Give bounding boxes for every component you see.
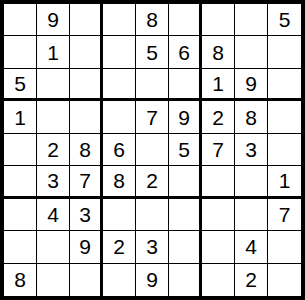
cell-r1c2-given[interactable]: 9 xyxy=(37,4,70,36)
cell-r5c3-given[interactable]: 8 xyxy=(70,134,103,166)
cell-r4c3-empty[interactable] xyxy=(70,101,103,133)
cell-r8c1-empty[interactable] xyxy=(4,231,37,263)
cell-r9c9-empty[interactable] xyxy=(268,264,301,296)
cell-r2c8-empty[interactable] xyxy=(235,36,268,68)
cell-r1c7-empty[interactable] xyxy=(202,4,235,36)
cell-r6c3-given[interactable]: 7 xyxy=(70,166,103,198)
cell-r9c4-empty[interactable] xyxy=(103,264,136,296)
sudoku-page: 985156851917928286573378214379234892 xyxy=(0,0,305,300)
cell-r8c7-empty[interactable] xyxy=(202,231,235,263)
cell-r7c8-empty[interactable] xyxy=(235,199,268,231)
cell-r2c5-given[interactable]: 5 xyxy=(136,36,169,68)
cell-r4c7-given[interactable]: 2 xyxy=(202,101,235,133)
cell-r1c9-given[interactable]: 5 xyxy=(268,4,301,36)
cell-r8c9-empty[interactable] xyxy=(268,231,301,263)
cell-r8c2-empty[interactable] xyxy=(37,231,70,263)
cell-r3c1-given[interactable]: 5 xyxy=(4,69,37,101)
cell-r3c5-empty[interactable] xyxy=(136,69,169,101)
cell-r3c3-empty[interactable] xyxy=(70,69,103,101)
cell-r5c2-given[interactable]: 2 xyxy=(37,134,70,166)
cell-r1c8-empty[interactable] xyxy=(235,4,268,36)
cell-r2c3-empty[interactable] xyxy=(70,36,103,68)
cell-r6c1-empty[interactable] xyxy=(4,166,37,198)
cell-r2c1-empty[interactable] xyxy=(4,36,37,68)
cell-r3c4-empty[interactable] xyxy=(103,69,136,101)
cell-r6c5-given[interactable]: 2 xyxy=(136,166,169,198)
cell-r5c7-given[interactable]: 7 xyxy=(202,134,235,166)
cell-r7c2-given[interactable]: 4 xyxy=(37,199,70,231)
cell-r8c4-given[interactable]: 2 xyxy=(103,231,136,263)
cell-r8c5-given[interactable]: 3 xyxy=(136,231,169,263)
cell-r6c2-given[interactable]: 3 xyxy=(37,166,70,198)
cell-r4c4-empty[interactable] xyxy=(103,101,136,133)
cell-r4c9-empty[interactable] xyxy=(268,101,301,133)
cell-r1c4-empty[interactable] xyxy=(103,4,136,36)
cell-r9c7-empty[interactable] xyxy=(202,264,235,296)
cell-r2c9-empty[interactable] xyxy=(268,36,301,68)
cell-r9c3-empty[interactable] xyxy=(70,264,103,296)
cell-r6c7-empty[interactable] xyxy=(202,166,235,198)
cell-r4c1-given[interactable]: 1 xyxy=(4,101,37,133)
cell-r1c1-empty[interactable] xyxy=(4,4,37,36)
cell-r5c5-empty[interactable] xyxy=(136,134,169,166)
cell-r2c7-given[interactable]: 8 xyxy=(202,36,235,68)
cell-r9c8-given[interactable]: 2 xyxy=(235,264,268,296)
cell-r6c6-empty[interactable] xyxy=(169,166,202,198)
cell-r9c1-given[interactable]: 8 xyxy=(4,264,37,296)
cell-r4c5-given[interactable]: 7 xyxy=(136,101,169,133)
cell-r6c8-empty[interactable] xyxy=(235,166,268,198)
cell-r3c6-empty[interactable] xyxy=(169,69,202,101)
cell-r7c3-given[interactable]: 3 xyxy=(70,199,103,231)
cell-r9c6-empty[interactable] xyxy=(169,264,202,296)
cell-r2c6-given[interactable]: 6 xyxy=(169,36,202,68)
cell-r7c7-empty[interactable] xyxy=(202,199,235,231)
cell-r5c8-given[interactable]: 3 xyxy=(235,134,268,166)
cell-r8c8-given[interactable]: 4 xyxy=(235,231,268,263)
cell-r1c5-given[interactable]: 8 xyxy=(136,4,169,36)
cell-r8c3-given[interactable]: 9 xyxy=(70,231,103,263)
cell-r6c4-given[interactable]: 8 xyxy=(103,166,136,198)
cell-r7c6-empty[interactable] xyxy=(169,199,202,231)
cell-r1c3-empty[interactable] xyxy=(70,4,103,36)
cell-r2c2-given[interactable]: 1 xyxy=(37,36,70,68)
cell-r1c6-empty[interactable] xyxy=(169,4,202,36)
cell-r9c2-empty[interactable] xyxy=(37,264,70,296)
cell-r2c4-empty[interactable] xyxy=(103,36,136,68)
cell-r5c4-given[interactable]: 6 xyxy=(103,134,136,166)
cell-r7c9-given[interactable]: 7 xyxy=(268,199,301,231)
cell-r5c6-given[interactable]: 5 xyxy=(169,134,202,166)
cell-r5c9-empty[interactable] xyxy=(268,134,301,166)
cell-r7c5-empty[interactable] xyxy=(136,199,169,231)
cell-r5c1-empty[interactable] xyxy=(4,134,37,166)
cell-r8c6-empty[interactable] xyxy=(169,231,202,263)
cell-r3c7-given[interactable]: 1 xyxy=(202,69,235,101)
sudoku-board: 985156851917928286573378214379234892 xyxy=(0,0,305,300)
cell-r3c2-empty[interactable] xyxy=(37,69,70,101)
cell-r7c1-empty[interactable] xyxy=(4,199,37,231)
cell-r9c5-given[interactable]: 9 xyxy=(136,264,169,296)
cell-r7c4-empty[interactable] xyxy=(103,199,136,231)
cell-r4c8-given[interactable]: 8 xyxy=(235,101,268,133)
cell-r3c9-empty[interactable] xyxy=(268,69,301,101)
cell-r3c8-given[interactable]: 9 xyxy=(235,69,268,101)
cell-r4c6-given[interactable]: 9 xyxy=(169,101,202,133)
cell-r4c2-empty[interactable] xyxy=(37,101,70,133)
cell-r6c9-given[interactable]: 1 xyxy=(268,166,301,198)
